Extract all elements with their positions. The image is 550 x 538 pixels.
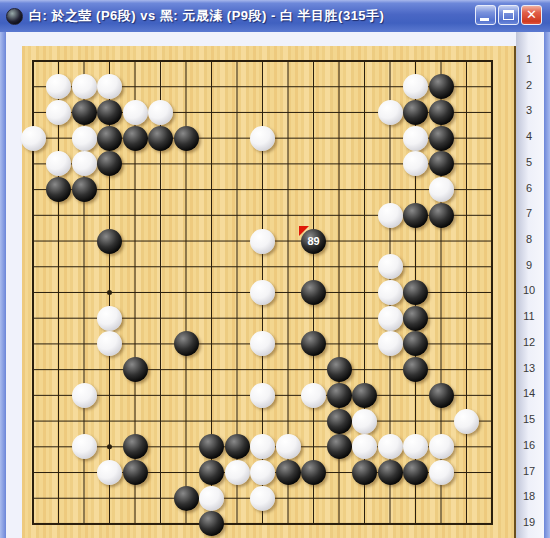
black-stone	[327, 409, 352, 434]
white-stone	[97, 460, 122, 485]
black-stone	[429, 74, 454, 99]
black-stone	[429, 151, 454, 176]
row-labels: 12345678910111213141516171819	[516, 32, 544, 538]
black-stone	[174, 486, 199, 511]
white-stone	[72, 74, 97, 99]
white-stone	[276, 434, 301, 459]
row-label: 5	[516, 156, 542, 168]
black-stone	[97, 229, 122, 254]
go-board[interactable]: 89	[22, 46, 516, 538]
black-stone: 89	[301, 229, 326, 254]
white-stone	[97, 306, 122, 331]
black-stone	[46, 177, 71, 202]
white-stone	[378, 434, 403, 459]
minimize-button[interactable]	[475, 5, 496, 25]
close-button[interactable]: ✕	[521, 5, 542, 25]
white-stone	[429, 177, 454, 202]
white-stone	[352, 409, 377, 434]
black-stone	[403, 100, 428, 125]
black-stone	[429, 383, 454, 408]
black-stone	[403, 460, 428, 485]
window-controls: ✕	[475, 5, 542, 25]
black-stone	[378, 460, 403, 485]
white-stone	[250, 126, 275, 151]
title-bar[interactable]: 白: 於之莹 (P6段) vs 黑: 元晟溱 (P9段) - 白 半目胜(315…	[0, 0, 550, 32]
white-stone	[21, 126, 46, 151]
row-label: 11	[516, 310, 542, 322]
black-stone	[403, 357, 428, 382]
white-stone	[250, 460, 275, 485]
white-stone	[46, 100, 71, 125]
white-stone	[429, 434, 454, 459]
app-icon[interactable]	[6, 8, 23, 25]
row-label: 9	[516, 259, 542, 271]
window-border-left	[0, 32, 6, 538]
window: 白: 於之莹 (P6段) vs 黑: 元晟溱 (P9段) - 白 半目胜(315…	[0, 0, 550, 538]
black-stone	[327, 357, 352, 382]
row-label: 4	[516, 130, 542, 142]
black-stone	[123, 460, 148, 485]
white-stone	[199, 486, 224, 511]
window-title: 白: 於之莹 (P6段) vs 黑: 元晟溱 (P9段) - 白 半目胜(315…	[29, 7, 384, 25]
black-stone	[174, 331, 199, 356]
black-stone	[72, 100, 97, 125]
black-stone	[97, 100, 122, 125]
white-stone	[225, 460, 250, 485]
row-label: 18	[516, 490, 542, 502]
row-label: 13	[516, 362, 542, 374]
maximize-icon	[503, 10, 514, 20]
black-stone	[97, 126, 122, 151]
black-stone	[123, 357, 148, 382]
row-label: 10	[516, 284, 542, 296]
black-stone	[429, 203, 454, 228]
star-point	[107, 290, 112, 295]
white-stone	[72, 434, 97, 459]
white-stone	[250, 486, 275, 511]
white-stone	[72, 151, 97, 176]
row-label: 7	[516, 207, 542, 219]
white-stone	[378, 100, 403, 125]
white-stone	[378, 203, 403, 228]
black-stone	[123, 126, 148, 151]
row-label: 19	[516, 516, 542, 528]
row-label: 16	[516, 439, 542, 451]
row-label: 1	[516, 53, 542, 65]
white-stone	[123, 100, 148, 125]
black-stone	[403, 306, 428, 331]
black-stone	[429, 100, 454, 125]
black-stone	[72, 177, 97, 202]
white-stone	[72, 383, 97, 408]
white-stone	[250, 383, 275, 408]
row-label: 3	[516, 104, 542, 116]
white-stone	[429, 460, 454, 485]
white-stone	[378, 254, 403, 279]
black-stone	[403, 280, 428, 305]
black-stone	[352, 383, 377, 408]
white-stone	[403, 126, 428, 151]
minimize-icon	[480, 18, 489, 21]
black-stone	[429, 126, 454, 151]
row-label: 6	[516, 182, 542, 194]
row-label: 8	[516, 233, 542, 245]
black-stone	[327, 434, 352, 459]
white-stone	[378, 306, 403, 331]
black-stone	[327, 383, 352, 408]
black-stone	[276, 460, 301, 485]
white-stone	[148, 100, 173, 125]
black-stone	[225, 434, 250, 459]
white-stone	[250, 280, 275, 305]
row-label: 15	[516, 413, 542, 425]
window-border-right	[544, 32, 550, 538]
maximize-button[interactable]	[498, 5, 519, 25]
row-label: 17	[516, 465, 542, 477]
row-label: 2	[516, 79, 542, 91]
white-stone	[301, 383, 326, 408]
white-stone	[378, 331, 403, 356]
row-label: 12	[516, 336, 542, 348]
white-stone	[250, 229, 275, 254]
white-stone	[454, 409, 479, 434]
black-stone	[123, 434, 148, 459]
black-stone	[301, 280, 326, 305]
white-stone	[72, 126, 97, 151]
black-stone	[174, 126, 199, 151]
black-stone	[403, 203, 428, 228]
star-point	[107, 444, 112, 449]
white-stone	[378, 280, 403, 305]
black-stone	[352, 460, 377, 485]
row-label: 14	[516, 387, 542, 399]
black-stone	[199, 460, 224, 485]
last-move-marker-icon	[299, 226, 309, 236]
black-stone	[148, 126, 173, 151]
black-stone	[301, 460, 326, 485]
